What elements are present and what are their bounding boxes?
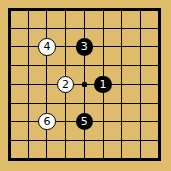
stone-white-4: 4 — [38, 38, 56, 56]
stone-white-6: 6 — [38, 113, 56, 131]
stone-black-1: 1 — [94, 76, 112, 94]
grid-line-horizontal — [10, 103, 160, 104]
grid-line-horizontal — [10, 140, 160, 141]
grid-line-vertical — [140, 10, 141, 160]
grid-line-vertical — [121, 10, 122, 160]
go-board-diagram: 123456 — [0, 0, 171, 171]
star-point — [82, 82, 87, 87]
stone-black-3: 3 — [76, 38, 94, 56]
